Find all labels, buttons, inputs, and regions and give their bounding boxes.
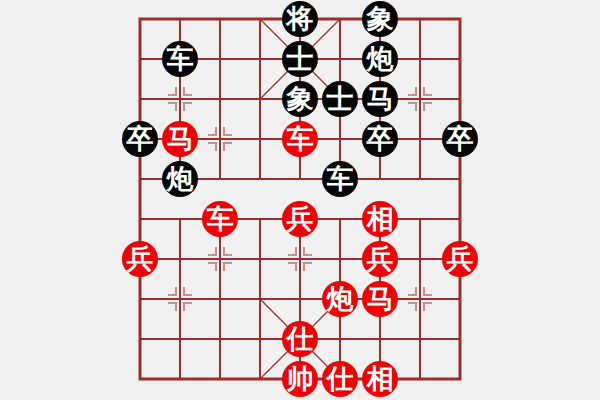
piece-black-soldier[interactable]: 卒: [442, 121, 478, 157]
point-h9[interactable]: [400, 39, 440, 79]
point-h4[interactable]: [400, 239, 440, 279]
point-c1[interactable]: [200, 359, 240, 399]
point-g10[interactable]: 象: [360, 0, 400, 39]
point-b1[interactable]: [160, 359, 200, 399]
point-i6[interactable]: [440, 159, 480, 199]
point-e8[interactable]: 象: [280, 79, 320, 119]
point-c6[interactable]: [200, 159, 240, 199]
point-g8[interactable]: 马: [360, 79, 400, 119]
point-c2[interactable]: [200, 319, 240, 359]
piece-black-soldier[interactable]: 卒: [122, 121, 158, 157]
point-e1[interactable]: 帅: [280, 359, 320, 399]
piece-red-advisor[interactable]: 仕: [282, 321, 318, 357]
point-d10[interactable]: [240, 0, 280, 39]
point-i9[interactable]: [440, 39, 480, 79]
piece-black-advisor[interactable]: 士: [322, 81, 358, 117]
piece-black-cannon[interactable]: 炮: [162, 161, 198, 197]
point-b10[interactable]: [160, 0, 200, 39]
point-c4[interactable]: [200, 239, 240, 279]
point-e7[interactable]: 车: [280, 119, 320, 159]
point-e5[interactable]: 兵: [280, 199, 320, 239]
piece-red-elephant[interactable]: 相: [362, 201, 398, 237]
point-a6[interactable]: [120, 159, 160, 199]
point-b8[interactable]: [160, 79, 200, 119]
point-e6[interactable]: [280, 159, 320, 199]
point-b9[interactable]: 车: [160, 39, 200, 79]
point-d4[interactable]: [240, 239, 280, 279]
point-g9[interactable]: 炮: [360, 39, 400, 79]
piece-black-soldier[interactable]: 卒: [362, 121, 398, 157]
point-c5[interactable]: 车: [200, 199, 240, 239]
point-e2[interactable]: 仕: [280, 319, 320, 359]
point-a4[interactable]: 兵: [120, 239, 160, 279]
point-f6[interactable]: 车: [320, 159, 360, 199]
point-d6[interactable]: [240, 159, 280, 199]
point-i5[interactable]: [440, 199, 480, 239]
point-f4[interactable]: [320, 239, 360, 279]
piece-red-advisor[interactable]: 仕: [322, 361, 358, 397]
point-h10[interactable]: [400, 0, 440, 39]
piece-black-cannon[interactable]: 炮: [362, 41, 398, 77]
point-c10[interactable]: [200, 0, 240, 39]
point-h1[interactable]: [400, 359, 440, 399]
point-h5[interactable]: [400, 199, 440, 239]
point-h3[interactable]: [400, 279, 440, 319]
point-a8[interactable]: [120, 79, 160, 119]
point-a7[interactable]: 卒: [120, 119, 160, 159]
point-g1[interactable]: 相: [360, 359, 400, 399]
point-g4[interactable]: 兵: [360, 239, 400, 279]
xiangqi-screen: 将象车士炮象士马卒马车卒卒炮车车兵相兵兵兵炮马仕帅仕相: [0, 0, 600, 400]
piece-red-horse[interactable]: 马: [362, 281, 398, 317]
piece-black-chariot[interactable]: 车: [322, 161, 358, 197]
point-f8[interactable]: 士: [320, 79, 360, 119]
point-a5[interactable]: [120, 199, 160, 239]
point-a2[interactable]: [120, 319, 160, 359]
point-h7[interactable]: [400, 119, 440, 159]
point-e3[interactable]: [280, 279, 320, 319]
point-c3[interactable]: [200, 279, 240, 319]
point-i8[interactable]: [440, 79, 480, 119]
piece-red-chariot[interactable]: 车: [282, 121, 318, 157]
point-h8[interactable]: [400, 79, 440, 119]
point-f9[interactable]: [320, 39, 360, 79]
point-a1[interactable]: [120, 359, 160, 399]
point-e9[interactable]: 士: [280, 39, 320, 79]
point-i3[interactable]: [440, 279, 480, 319]
piece-black-advisor[interactable]: 士: [282, 41, 318, 77]
point-c9[interactable]: [200, 39, 240, 79]
point-e10[interactable]: 将: [280, 0, 320, 39]
piece-black-general[interactable]: 将: [282, 1, 318, 37]
point-h6[interactable]: [400, 159, 440, 199]
point-g2[interactable]: [360, 319, 400, 359]
point-i2[interactable]: [440, 319, 480, 359]
point-a3[interactable]: [120, 279, 160, 319]
point-i7[interactable]: 卒: [440, 119, 480, 159]
point-b5[interactable]: [160, 199, 200, 239]
point-d7[interactable]: [240, 119, 280, 159]
point-d3[interactable]: [240, 279, 280, 319]
point-g5[interactable]: 相: [360, 199, 400, 239]
piece-black-elephant[interactable]: 象: [362, 1, 398, 37]
point-a9[interactable]: [120, 39, 160, 79]
piece-red-soldier[interactable]: 兵: [282, 201, 318, 237]
point-b3[interactable]: [160, 279, 200, 319]
point-b2[interactable]: [160, 319, 200, 359]
point-f2[interactable]: [320, 319, 360, 359]
piece-red-soldier[interactable]: 兵: [362, 241, 398, 277]
point-i1[interactable]: [440, 359, 480, 399]
point-g3[interactable]: 马: [360, 279, 400, 319]
point-d1[interactable]: [240, 359, 280, 399]
point-f1[interactable]: 仕: [320, 359, 360, 399]
point-b6[interactable]: 炮: [160, 159, 200, 199]
piece-black-elephant[interactable]: 象: [282, 81, 318, 117]
piece-black-chariot[interactable]: 车: [162, 41, 198, 77]
point-d9[interactable]: [240, 39, 280, 79]
point-h2[interactable]: [400, 319, 440, 359]
point-d5[interactable]: [240, 199, 280, 239]
point-f7[interactable]: [320, 119, 360, 159]
xiangqi-board: 将象车士炮象士马卒马车卒卒炮车车兵相兵兵兵炮马仕帅仕相: [120, 0, 480, 399]
point-f5[interactable]: [320, 199, 360, 239]
piece-red-horse[interactable]: 马: [162, 121, 198, 157]
point-b7[interactable]: 马: [160, 119, 200, 159]
piece-red-general[interactable]: 帅: [282, 361, 318, 397]
piece-red-elephant[interactable]: 相: [362, 361, 398, 397]
point-d2[interactable]: [240, 319, 280, 359]
point-b4[interactable]: [160, 239, 200, 279]
piece-red-chariot[interactable]: 车: [202, 201, 238, 237]
piece-red-soldier[interactable]: 兵: [122, 241, 158, 277]
point-g6[interactable]: [360, 159, 400, 199]
point-a10[interactable]: [120, 0, 160, 39]
point-f3[interactable]: 炮: [320, 279, 360, 319]
point-f10[interactable]: [320, 0, 360, 39]
point-c8[interactable]: [200, 79, 240, 119]
point-c7[interactable]: [200, 119, 240, 159]
point-i10[interactable]: [440, 0, 480, 39]
piece-black-horse[interactable]: 马: [362, 81, 398, 117]
point-e4[interactable]: [280, 239, 320, 279]
piece-red-soldier[interactable]: 兵: [442, 241, 478, 277]
point-i4[interactable]: 兵: [440, 239, 480, 279]
point-d8[interactable]: [240, 79, 280, 119]
point-g7[interactable]: 卒: [360, 119, 400, 159]
piece-red-cannon[interactable]: 炮: [322, 281, 358, 317]
